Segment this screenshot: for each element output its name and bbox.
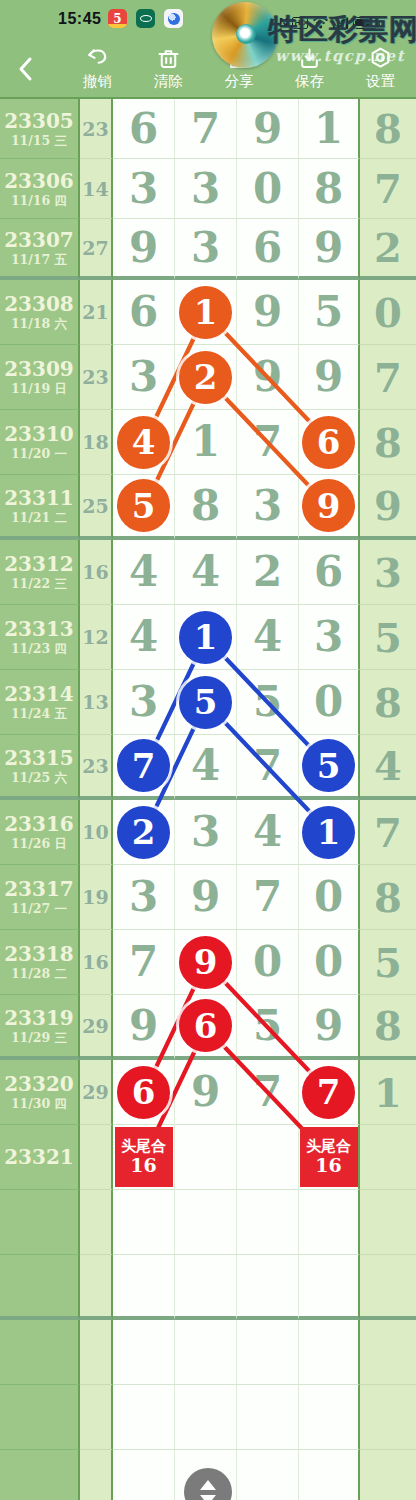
digit-cell[interactable]: 4 [175, 735, 237, 800]
digit-value: 7 [253, 421, 282, 463]
digit-cell[interactable] [175, 1125, 237, 1190]
digit-cell[interactable]: 4 [237, 800, 299, 865]
marked-digit-circle[interactable]: 1 [302, 806, 355, 859]
digit-value: 5 [253, 681, 282, 723]
digit-value: 9 [253, 108, 282, 150]
head-tail-sum-label: 头尾合 [306, 1137, 351, 1154]
digit-value: 4 [191, 551, 220, 593]
draw-number: 23316 [4, 813, 74, 836]
extra-digit-cell [360, 1190, 416, 1255]
digit-cell[interactable]: 5 [237, 995, 299, 1060]
digit-cell[interactable] [237, 1255, 299, 1320]
digit-cell[interactable]: 6 [299, 410, 360, 475]
sum-cell: 25 [80, 475, 113, 540]
digit-cell[interactable]: 3 [113, 159, 175, 219]
digit-cell[interactable]: 9 [113, 219, 175, 280]
marked-digit-circle[interactable]: 7 [302, 1066, 355, 1119]
chart-row [0, 1320, 416, 1385]
digit-cell[interactable]: 2 [113, 800, 175, 865]
digit-cell[interactable]: 9 [175, 1060, 237, 1125]
chart-row: 2331711/27 一1939708 [0, 865, 416, 930]
extra-digit-cell: 8 [360, 410, 416, 475]
extra-digit-cell: 7 [360, 159, 416, 219]
draw-number: 23309 [4, 358, 74, 381]
digit-value: 4 [129, 616, 158, 658]
sum-cell: 16 [80, 540, 113, 605]
digit-cell[interactable]: 0 [299, 930, 360, 995]
chart-row [0, 1255, 416, 1320]
chart-row [0, 1385, 416, 1450]
digit-value: 8 [314, 168, 343, 210]
draw-number: 23321 [4, 1146, 74, 1169]
browser-app-icon [164, 9, 183, 28]
draw-number: 23305 [4, 110, 74, 133]
digit-value: 8 [191, 485, 220, 527]
digit-value: 0 [314, 941, 343, 983]
chart-row: 2331811/28 二1679005 [0, 930, 416, 995]
oppo-app-icon [136, 9, 155, 28]
undo-icon [84, 45, 111, 72]
digit-cell[interactable]: 5 [237, 670, 299, 735]
extra-digit-cell: 7 [360, 800, 416, 865]
digit-cell[interactable] [237, 1450, 299, 1500]
draw-cell: 2330811/18 六 [0, 280, 80, 345]
extra-digit-cell [360, 1385, 416, 1450]
chart-row: 2331111/21 二2558399 [0, 475, 416, 540]
digit-cell[interactable]: 4 [113, 540, 175, 605]
board-rows: 2330511/15 三23679182330611/16 四143308723… [0, 99, 416, 1500]
draw-date: 11/18 六 [11, 316, 67, 331]
draw-cell: 2331911/29 三 [0, 995, 80, 1060]
watermark-site-name: 特区彩票网 [269, 15, 416, 44]
draw-cell [0, 1385, 80, 1450]
digit-value: 9 [191, 876, 220, 918]
sum-cell: 23 [80, 99, 113, 159]
marked-digit-circle[interactable]: 5 [179, 676, 232, 729]
digit-value: 4 [191, 745, 220, 787]
extra-digit-cell: 8 [360, 99, 416, 159]
digit-value: 2 [253, 551, 282, 593]
digit-cell[interactable] [175, 1190, 237, 1255]
sum-cell: 23 [80, 735, 113, 800]
extra-digit-cell: 8 [360, 865, 416, 930]
sum-cell: 21 [80, 280, 113, 345]
digit-cell[interactable]: 7 [237, 735, 299, 800]
extra-digit-cell: 4 [360, 735, 416, 800]
digit-value: 3 [129, 356, 158, 398]
digit-cell[interactable] [299, 1190, 360, 1255]
digit-value: 3 [314, 616, 343, 658]
draw-cell: 2331011/20 一 [0, 410, 80, 475]
sum-cell [80, 1125, 113, 1190]
draw-number: 23310 [4, 423, 74, 446]
digit-cell[interactable]: 3 [175, 800, 237, 865]
draw-date: 11/23 四 [11, 641, 67, 656]
extra-digit-cell [360, 1320, 416, 1385]
draw-cell: 2330611/16 四 [0, 159, 80, 219]
draw-number: 23319 [4, 1007, 74, 1030]
draw-cell: 23321 [0, 1125, 80, 1190]
digit-cell[interactable] [175, 1320, 237, 1385]
digit-value: 0 [253, 168, 282, 210]
digit-value: 7 [253, 876, 282, 918]
digit-cell[interactable] [299, 1385, 360, 1450]
digit-cell[interactable] [175, 1385, 237, 1450]
draw-cell: 2331811/28 二 [0, 930, 80, 995]
digit-value: 7 [191, 108, 220, 150]
chart-row [0, 1190, 416, 1255]
draw-number: 23314 [4, 683, 74, 706]
watermark-url: www.tqcp.net [275, 47, 405, 65]
digit-cell[interactable] [113, 1385, 175, 1450]
digit-cell[interactable]: 6 [113, 280, 175, 345]
digit-cell[interactable] [113, 1255, 175, 1320]
digit-cell[interactable]: 3 [299, 605, 360, 670]
digit-cell[interactable]: 1 [175, 410, 237, 475]
chart-row: 2330911/19 日2332997 [0, 345, 416, 410]
draw-number: 23306 [4, 170, 74, 193]
digit-cell[interactable]: 5 [299, 280, 360, 345]
draw-date: 11/20 一 [11, 446, 67, 461]
sum-cell [80, 1190, 113, 1255]
digit-cell[interactable]: 9 [299, 475, 360, 540]
digit-cell[interactable]: 9 [299, 219, 360, 280]
digit-value: 1 [191, 421, 220, 463]
digit-value: 6 [314, 551, 343, 593]
digit-value: 3 [191, 811, 220, 853]
digit-cell[interactable]: 0 [299, 865, 360, 930]
marked-digit-circle[interactable]: 6 [179, 999, 232, 1052]
digit-value: 6 [129, 108, 158, 150]
app-screen: 15:45 5 N HD 特区彩票网 www.tqcp.net [0, 0, 416, 1500]
marked-digit-circle[interactable]: 7 [117, 739, 170, 792]
digit-cell[interactable]: 0 [299, 670, 360, 735]
draw-date: 11/27 一 [11, 901, 67, 916]
digit-value: 9 [314, 1005, 343, 1047]
draw-date: 11/21 二 [11, 510, 67, 525]
digit-cell[interactable]: 0 [237, 159, 299, 219]
extra-digit-cell: 0 [360, 280, 416, 345]
message-app-icon: 5 [108, 9, 127, 28]
digit-cell[interactable]: 0 [237, 930, 299, 995]
digit-cell[interactable]: 4 [113, 605, 175, 670]
digit-value: 9 [314, 227, 343, 269]
chart-row: 2331511/25 六2374754 [0, 735, 416, 800]
digit-value: 1 [314, 108, 343, 150]
marked-digit-circle[interactable]: 5 [117, 479, 170, 532]
draw-date: 11/19 日 [11, 381, 67, 396]
digit-cell[interactable]: 3 [175, 159, 237, 219]
draw-cell [0, 1450, 80, 1500]
draw-cell [0, 1190, 80, 1255]
draw-number: 23320 [4, 1073, 74, 1096]
digit-value: 3 [129, 876, 158, 918]
digit-cell[interactable]: 6 [299, 540, 360, 605]
digit-cell[interactable]: 7 [175, 99, 237, 159]
digit-cell[interactable]: 6 [113, 99, 175, 159]
digit-value: 5 [253, 1005, 282, 1047]
draw-date: 11/26 日 [11, 836, 67, 851]
digit-cell[interactable] [237, 1125, 299, 1190]
draw-date: 11/29 三 [11, 1030, 67, 1045]
digit-cell[interactable]: 5 [299, 735, 360, 800]
digit-cell[interactable]: 4 [113, 410, 175, 475]
draw-number: 23317 [4, 878, 74, 901]
chart-row: 2331411/24 五1335508 [0, 670, 416, 735]
chart-row: 23321头尾合16头尾合16 [0, 1125, 416, 1190]
head-tail-sum-label: 头尾合 [121, 1137, 166, 1154]
marked-digit-circle[interactable]: 9 [179, 936, 232, 989]
digit-value: 9 [253, 291, 282, 333]
digit-cell[interactable] [113, 1320, 175, 1385]
digit-cell[interactable]: 7 [237, 1060, 299, 1125]
chart-row: 2331611/26 日1023417 [0, 800, 416, 865]
extra-digit-cell [360, 1125, 416, 1190]
extra-digit-cell: 7 [360, 345, 416, 410]
digit-value: 9 [129, 1005, 158, 1047]
digit-cell[interactable]: 3 [237, 475, 299, 540]
back-button[interactable] [10, 52, 40, 86]
undo-label: 撤销 [83, 74, 112, 89]
save-label: 保存 [295, 74, 324, 89]
share-label: 分享 [224, 74, 253, 89]
digit-cell[interactable]: 1 [299, 99, 360, 159]
draw-cell: 2330711/17 五 [0, 219, 80, 280]
extra-digit-cell: 9 [360, 475, 416, 540]
digit-cell[interactable]: 6 [237, 219, 299, 280]
digit-value: 3 [129, 168, 158, 210]
digit-cell[interactable]: 5 [113, 475, 175, 540]
sum-cell: 16 [80, 930, 113, 995]
extra-digit-cell: 8 [360, 670, 416, 735]
extra-digit-cell: 3 [360, 540, 416, 605]
extra-digit-cell: 5 [360, 930, 416, 995]
draw-date: 11/30 四 [11, 1096, 67, 1111]
digit-value: 9 [253, 356, 282, 398]
digit-cell[interactable] [299, 1450, 360, 1500]
digit-value: 9 [314, 356, 343, 398]
digit-value: 7 [253, 1071, 282, 1113]
trend-board: 2330511/15 三23679182330611/16 四143308723… [0, 97, 416, 1500]
digit-cell[interactable]: 9 [175, 930, 237, 995]
digit-cell[interactable]: 2 [237, 540, 299, 605]
sum-cell: 14 [80, 159, 113, 219]
head-tail-sum-value: 16 [315, 1155, 341, 1177]
digit-cell[interactable]: 9 [299, 345, 360, 410]
chart-row: 2330511/15 三2367918 [0, 99, 416, 159]
clear-label: 清除 [154, 74, 183, 89]
draw-cell [0, 1255, 80, 1320]
draw-cell: 2330911/19 日 [0, 345, 80, 410]
sum-cell [80, 1450, 113, 1500]
digit-value: 9 [129, 227, 158, 269]
draw-cell: 2331711/27 一 [0, 865, 80, 930]
digit-cell[interactable] [113, 1450, 175, 1500]
sum-cell [80, 1255, 113, 1320]
sum-cell [80, 1385, 113, 1450]
digit-cell[interactable]: 2 [175, 345, 237, 410]
draw-date: 11/16 四 [11, 193, 67, 208]
head-tail-sum-value: 16 [130, 1155, 156, 1177]
digit-value: 4 [253, 616, 282, 658]
digit-cell[interactable] [237, 1190, 299, 1255]
scroll-down-icon [200, 1495, 216, 1500]
digit-value: 0 [314, 876, 343, 918]
digit-cell[interactable] [299, 1255, 360, 1320]
sum-cell: 12 [80, 605, 113, 670]
digit-cell[interactable]: 1 [299, 800, 360, 865]
scroll-up-icon [200, 1480, 216, 1490]
digit-cell[interactable]: 8 [299, 159, 360, 219]
marked-digit-circle[interactable]: 4 [117, 416, 170, 469]
sum-cell: 13 [80, 670, 113, 735]
draw-cell: 2331611/26 日 [0, 800, 80, 865]
digit-value: 3 [191, 227, 220, 269]
draw-cell: 2330511/15 三 [0, 99, 80, 159]
digit-value: 0 [314, 681, 343, 723]
extra-digit-cell: 5 [360, 605, 416, 670]
chart-row: 2330711/17 五2793692 [0, 219, 416, 280]
clear-button[interactable]: 清除 [133, 42, 204, 97]
marked-digit-circle[interactable]: 9 [302, 479, 355, 532]
extra-digit-cell [360, 1255, 416, 1320]
digit-cell[interactable]: 7 [299, 1060, 360, 1125]
settings-label: 设置 [366, 74, 395, 89]
marked-digit-circle[interactable]: 5 [302, 739, 355, 792]
back-chevron-icon [14, 55, 36, 83]
digit-value: 9 [191, 1071, 220, 1113]
digit-cell[interactable]: 9 [299, 995, 360, 1060]
digit-cell[interactable]: 4 [175, 540, 237, 605]
marked-digit-circle[interactable]: 2 [117, 806, 170, 859]
sum-cell: 19 [80, 865, 113, 930]
draw-number: 23315 [4, 747, 74, 770]
digit-cell[interactable]: 4 [237, 605, 299, 670]
sum-cell: 23 [80, 345, 113, 410]
digit-cell[interactable]: 7 [237, 410, 299, 475]
sum-cell: 29 [80, 995, 113, 1060]
extra-digit-cell [360, 1450, 416, 1500]
sum-cell: 27 [80, 219, 113, 280]
extra-digit-cell: 1 [360, 1060, 416, 1125]
draw-cell: 2331311/23 四 [0, 605, 80, 670]
sum-cell: 10 [80, 800, 113, 865]
digit-value: 7 [129, 941, 158, 983]
draw-number: 23313 [4, 618, 74, 641]
draw-number: 23311 [4, 487, 74, 510]
digit-value: 4 [129, 551, 158, 593]
digit-cell[interactable]: 1 [175, 605, 237, 670]
draw-number: 23318 [4, 943, 74, 966]
chart-row: 2331311/23 四1241435 [0, 605, 416, 670]
digit-cell[interactable]: 8 [175, 475, 237, 540]
marked-digit-circle[interactable]: 2 [179, 351, 232, 404]
undo-button[interactable]: 撤销 [62, 42, 133, 97]
head-tail-sum-box[interactable]: 头尾合16 [300, 1127, 358, 1187]
digit-cell[interactable]: 9 [237, 345, 299, 410]
draw-number: 23312 [4, 553, 74, 576]
digit-cell[interactable]: 3 [113, 345, 175, 410]
sum-cell [80, 1320, 113, 1385]
digit-cell[interactable]: 7 [113, 930, 175, 995]
digit-cell[interactable]: 6 [113, 1060, 175, 1125]
draw-date: 11/25 六 [11, 770, 67, 785]
digit-cell[interactable]: 3 [113, 670, 175, 735]
notification-app-icons: 5 [108, 9, 183, 28]
digit-value: 6 [129, 291, 158, 333]
digit-cell[interactable] [175, 1255, 237, 1320]
draw-cell: 2331511/25 六 [0, 735, 80, 800]
draw-cell [0, 1320, 80, 1385]
chart-row: 2331011/20 一1841768 [0, 410, 416, 475]
draw-date: 11/15 三 [11, 133, 67, 148]
digit-cell[interactable]: 5 [175, 670, 237, 735]
head-tail-sum-box[interactable]: 头尾合16 [115, 1127, 173, 1187]
digit-cell[interactable]: 头尾合16 [113, 1125, 175, 1190]
digit-cell[interactable] [113, 1190, 175, 1255]
digit-cell[interactable]: 1 [175, 280, 237, 345]
chart-row: 2331911/29 三2996598 [0, 995, 416, 1060]
digit-value: 3 [129, 681, 158, 723]
chart-row: 2330811/18 六2161950 [0, 280, 416, 345]
digit-value: 4 [253, 811, 282, 853]
sum-cell: 29 [80, 1060, 113, 1125]
digit-cell[interactable]: 6 [175, 995, 237, 1060]
digit-cell[interactable]: 9 [237, 280, 299, 345]
chart-row: 2332011/30 四2969771 [0, 1060, 416, 1125]
draw-date: 11/17 五 [11, 252, 67, 267]
digit-cell[interactable]: 头尾合16 [299, 1125, 360, 1190]
digit-value: 0 [253, 941, 282, 983]
draw-date: 11/22 三 [11, 576, 67, 591]
digit-cell[interactable] [299, 1320, 360, 1385]
extra-digit-cell: 8 [360, 995, 416, 1060]
draw-number: 23307 [4, 229, 74, 252]
chart-row: 2330611/16 四1433087 [0, 159, 416, 219]
marked-digit-circle[interactable]: 6 [117, 1066, 170, 1119]
trash-icon [155, 45, 182, 72]
digit-cell[interactable]: 3 [175, 219, 237, 280]
marked-digit-circle[interactable]: 1 [179, 286, 232, 339]
digit-cell[interactable]: 9 [175, 865, 237, 930]
draw-number: 23308 [4, 293, 74, 316]
digit-value: 5 [314, 291, 343, 333]
digit-value: 3 [191, 168, 220, 210]
digit-cell[interactable]: 9 [237, 99, 299, 159]
digit-value: 6 [253, 227, 282, 269]
draw-cell: 2331111/21 二 [0, 475, 80, 540]
digit-cell[interactable]: 7 [237, 865, 299, 930]
digit-value: 7 [253, 745, 282, 787]
chart-row: 2331211/22 三1644263 [0, 540, 416, 605]
clock-time: 15:45 [58, 10, 101, 28]
extra-digit-cell: 2 [360, 219, 416, 280]
digit-cell[interactable] [237, 1320, 299, 1385]
marked-digit-circle[interactable]: 6 [302, 416, 355, 469]
digit-cell[interactable]: 9 [113, 995, 175, 1060]
draw-cell: 2331211/22 三 [0, 540, 80, 605]
draw-date: 11/24 五 [11, 706, 67, 721]
digit-value: 3 [253, 485, 282, 527]
digit-cell[interactable]: 3 [113, 865, 175, 930]
draw-cell: 2332011/30 四 [0, 1060, 80, 1125]
digit-cell[interactable] [237, 1385, 299, 1450]
sum-cell: 18 [80, 410, 113, 475]
digit-cell[interactable]: 7 [113, 735, 175, 800]
marked-digit-circle[interactable]: 1 [179, 611, 232, 664]
draw-date: 11/28 二 [11, 966, 67, 981]
draw-cell: 2331411/24 五 [0, 670, 80, 735]
